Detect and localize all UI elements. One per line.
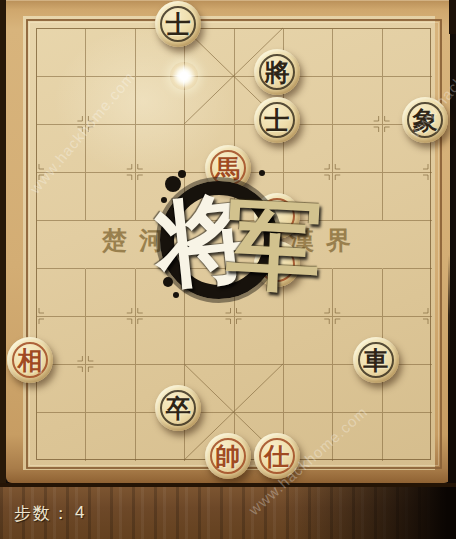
board-cell bbox=[333, 77, 382, 125]
board-cell bbox=[86, 29, 135, 77]
piece-black-advisor[interactable]: 士 bbox=[155, 1, 201, 47]
board-cell bbox=[383, 269, 432, 317]
board-cell bbox=[235, 317, 284, 365]
piece-character: 卒 bbox=[166, 396, 191, 421]
board-cell bbox=[185, 317, 234, 365]
piece-character: 象 bbox=[413, 108, 438, 133]
board-cell bbox=[333, 173, 382, 221]
board-cell bbox=[235, 365, 284, 413]
board-cell bbox=[37, 413, 86, 461]
board-cell bbox=[86, 413, 135, 461]
xiangqi-board[interactable]: 楚河 漢界 士將士象馬兵炮相車卒帥仕 将 军 bbox=[6, 0, 450, 483]
board-cell bbox=[383, 221, 432, 269]
board-cell bbox=[284, 365, 333, 413]
piece-character: 仕 bbox=[264, 444, 289, 469]
board-cell bbox=[86, 365, 135, 413]
step-count-label: 步数： bbox=[14, 502, 71, 525]
piece-black-advisor[interactable]: 士 bbox=[254, 97, 300, 143]
step-count-value: 4 bbox=[75, 503, 86, 523]
piece-red-horse[interactable]: 馬 bbox=[205, 145, 251, 191]
piece-red-cannon[interactable]: 炮 bbox=[254, 241, 300, 287]
board-cell bbox=[333, 29, 382, 77]
board-cell bbox=[37, 221, 86, 269]
board-cell bbox=[86, 173, 135, 221]
board-cell bbox=[136, 317, 185, 365]
board-cell bbox=[136, 125, 185, 173]
board-cell bbox=[37, 269, 86, 317]
piece-red-general[interactable]: 帥 bbox=[205, 433, 251, 479]
board-cell bbox=[284, 317, 333, 365]
board-cell bbox=[86, 77, 135, 125]
piece-black-elephant[interactable]: 象 bbox=[402, 97, 448, 143]
piece-black-soldier[interactable]: 卒 bbox=[155, 385, 201, 431]
board-cell bbox=[383, 173, 432, 221]
piece-character: 帥 bbox=[215, 444, 240, 469]
board-cell bbox=[333, 125, 382, 173]
game-screen: 楚河 漢界 士將士象馬兵炮相車卒帥仕 将 军 步数： 4 www.hackhom bbox=[0, 0, 456, 539]
board-cell bbox=[37, 77, 86, 125]
river-label-hanjie: 漢界 bbox=[289, 224, 363, 257]
board-cell bbox=[86, 317, 135, 365]
piece-black-general[interactable]: 將 bbox=[254, 49, 300, 95]
screen-edge-right bbox=[448, 255, 456, 483]
board-cell bbox=[37, 173, 86, 221]
board-cell bbox=[383, 29, 432, 77]
board-cell bbox=[136, 173, 185, 221]
board-cell bbox=[37, 125, 86, 173]
last-move-marker bbox=[170, 62, 198, 90]
board-cell bbox=[185, 221, 234, 269]
board-cell bbox=[136, 269, 185, 317]
status-bar: 步数： 4 bbox=[0, 483, 456, 539]
piece-character: 相 bbox=[18, 348, 43, 373]
board-cell bbox=[333, 413, 382, 461]
board-cell bbox=[86, 269, 135, 317]
river-label-chuhe: 楚河 bbox=[102, 224, 176, 257]
board-cell bbox=[37, 29, 86, 77]
piece-red-advisor[interactable]: 仕 bbox=[254, 433, 300, 479]
piece-character: 車 bbox=[363, 348, 388, 373]
piece-character: 士 bbox=[166, 12, 191, 37]
board-cell bbox=[333, 269, 382, 317]
piece-black-chariot[interactable]: 車 bbox=[353, 337, 399, 383]
piece-character: 士 bbox=[264, 108, 289, 133]
board-cell bbox=[86, 125, 135, 173]
piece-red-elephant[interactable]: 相 bbox=[7, 337, 53, 383]
piece-character: 將 bbox=[264, 60, 289, 85]
screen-edge-topright bbox=[449, 0, 456, 34]
screen-edge-left bbox=[0, 0, 6, 483]
piece-red-soldier[interactable]: 兵 bbox=[254, 193, 300, 239]
board-cell bbox=[383, 413, 432, 461]
board-grid[interactable] bbox=[36, 28, 431, 460]
board-cell bbox=[185, 269, 234, 317]
piece-character: 馬 bbox=[215, 156, 240, 181]
